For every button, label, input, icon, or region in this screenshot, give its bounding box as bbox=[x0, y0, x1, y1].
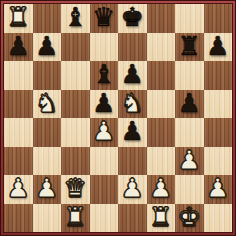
square-b7[interactable]: ♟ bbox=[33, 33, 62, 62]
square-h7[interactable]: ♟ bbox=[204, 33, 233, 62]
square-g7[interactable]: ♜ bbox=[175, 33, 204, 62]
square-f6[interactable] bbox=[147, 61, 176, 90]
square-d6[interactable]: ♝ bbox=[90, 61, 119, 90]
square-h5[interactable] bbox=[204, 90, 233, 119]
black-pawn[interactable]: ♟ bbox=[7, 33, 30, 59]
black-pawn[interactable]: ♟ bbox=[121, 118, 144, 144]
square-a6[interactable] bbox=[4, 61, 33, 90]
black-pawn[interactable]: ♟ bbox=[35, 33, 58, 59]
square-f1[interactable]: ♜ bbox=[147, 204, 176, 233]
square-e4[interactable]: ♟ bbox=[118, 118, 147, 147]
square-c1[interactable]: ♜ bbox=[61, 204, 90, 233]
square-d4[interactable]: ♟ bbox=[90, 118, 119, 147]
square-a3[interactable] bbox=[4, 147, 33, 176]
square-h4[interactable] bbox=[204, 118, 233, 147]
black-king[interactable]: ♚ bbox=[121, 4, 144, 30]
square-b5[interactable]: ♞ bbox=[33, 90, 62, 119]
square-c5[interactable] bbox=[61, 90, 90, 119]
white-rook[interactable]: ♜ bbox=[7, 4, 30, 30]
square-a2[interactable]: ♟ bbox=[4, 175, 33, 204]
square-f4[interactable] bbox=[147, 118, 176, 147]
black-queen[interactable]: ♛ bbox=[92, 4, 115, 30]
square-e5[interactable]: ♞ bbox=[118, 90, 147, 119]
square-h8[interactable] bbox=[204, 4, 233, 33]
square-g2[interactable] bbox=[175, 175, 204, 204]
square-f3[interactable] bbox=[147, 147, 176, 176]
square-a7[interactable]: ♟ bbox=[4, 33, 33, 62]
square-d1[interactable] bbox=[90, 204, 119, 233]
chess-board: ♜♝♛♚♟♟♜♟♝♟♞♟♞♟♟♟♟♟♟♛♟♟♟♜♜♚ bbox=[4, 4, 232, 232]
square-b8[interactable] bbox=[33, 4, 62, 33]
square-b4[interactable] bbox=[33, 118, 62, 147]
white-pawn[interactable]: ♟ bbox=[206, 175, 229, 201]
white-pawn[interactable]: ♟ bbox=[149, 175, 172, 201]
black-pawn[interactable]: ♟ bbox=[92, 90, 115, 116]
square-e6[interactable]: ♟ bbox=[118, 61, 147, 90]
square-d2[interactable] bbox=[90, 175, 119, 204]
square-g1[interactable]: ♚ bbox=[175, 204, 204, 233]
square-d8[interactable]: ♛ bbox=[90, 4, 119, 33]
square-f7[interactable] bbox=[147, 33, 176, 62]
white-queen[interactable]: ♛ bbox=[64, 175, 87, 201]
square-e7[interactable] bbox=[118, 33, 147, 62]
black-pawn[interactable]: ♟ bbox=[178, 90, 201, 116]
square-d3[interactable] bbox=[90, 147, 119, 176]
white-knight[interactable]: ♞ bbox=[121, 90, 144, 116]
white-pawn[interactable]: ♟ bbox=[35, 175, 58, 201]
square-a5[interactable] bbox=[4, 90, 33, 119]
square-g4[interactable] bbox=[175, 118, 204, 147]
square-d5[interactable]: ♟ bbox=[90, 90, 119, 119]
square-e3[interactable] bbox=[118, 147, 147, 176]
square-b6[interactable] bbox=[33, 61, 62, 90]
black-pawn[interactable]: ♟ bbox=[121, 61, 144, 87]
square-e1[interactable] bbox=[118, 204, 147, 233]
square-d7[interactable] bbox=[90, 33, 119, 62]
board-frame: ♜♝♛♚♟♟♜♟♝♟♞♟♞♟♟♟♟♟♟♛♟♟♟♜♜♚ bbox=[0, 0, 236, 236]
square-h2[interactable]: ♟ bbox=[204, 175, 233, 204]
black-pawn[interactable]: ♟ bbox=[206, 33, 229, 59]
square-c2[interactable]: ♛ bbox=[61, 175, 90, 204]
square-g3[interactable]: ♟ bbox=[175, 147, 204, 176]
white-pawn[interactable]: ♟ bbox=[7, 175, 30, 201]
square-f2[interactable]: ♟ bbox=[147, 175, 176, 204]
square-f8[interactable] bbox=[147, 4, 176, 33]
white-rook[interactable]: ♜ bbox=[149, 204, 172, 230]
square-g8[interactable] bbox=[175, 4, 204, 33]
white-king[interactable]: ♚ bbox=[178, 204, 201, 230]
black-rook[interactable]: ♜ bbox=[178, 33, 201, 59]
square-g6[interactable] bbox=[175, 61, 204, 90]
white-pawn[interactable]: ♟ bbox=[92, 118, 115, 144]
square-a4[interactable] bbox=[4, 118, 33, 147]
square-a8[interactable]: ♜ bbox=[4, 4, 33, 33]
square-f5[interactable] bbox=[147, 90, 176, 119]
square-c3[interactable] bbox=[61, 147, 90, 176]
square-b3[interactable] bbox=[33, 147, 62, 176]
black-bishop[interactable]: ♝ bbox=[64, 4, 87, 30]
white-knight[interactable]: ♞ bbox=[35, 90, 58, 116]
square-c7[interactable] bbox=[61, 33, 90, 62]
black-bishop[interactable]: ♝ bbox=[92, 61, 115, 87]
square-h3[interactable] bbox=[204, 147, 233, 176]
square-e8[interactable]: ♚ bbox=[118, 4, 147, 33]
white-rook[interactable]: ♜ bbox=[64, 204, 87, 230]
square-h6[interactable] bbox=[204, 61, 233, 90]
square-b1[interactable] bbox=[33, 204, 62, 233]
white-pawn[interactable]: ♟ bbox=[121, 175, 144, 201]
square-h1[interactable] bbox=[204, 204, 233, 233]
square-a1[interactable] bbox=[4, 204, 33, 233]
square-c8[interactable]: ♝ bbox=[61, 4, 90, 33]
square-b2[interactable]: ♟ bbox=[33, 175, 62, 204]
square-e2[interactable]: ♟ bbox=[118, 175, 147, 204]
white-pawn[interactable]: ♟ bbox=[178, 147, 201, 173]
square-g5[interactable]: ♟ bbox=[175, 90, 204, 119]
square-c6[interactable] bbox=[61, 61, 90, 90]
square-c4[interactable] bbox=[61, 118, 90, 147]
